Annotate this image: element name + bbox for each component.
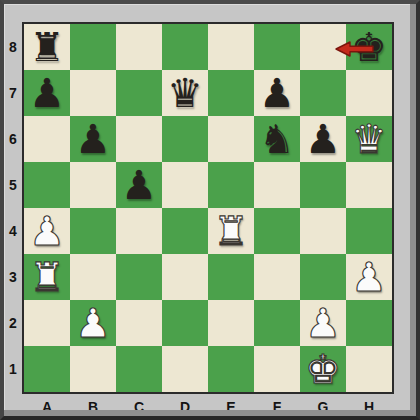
square-g2[interactable]: ♟ [300,300,346,346]
square-d8[interactable] [162,24,208,70]
file-labels: ABCDEFGH [24,397,392,416]
square-g3[interactable] [300,254,346,300]
square-e6[interactable] [208,116,254,162]
square-h3[interactable]: ♟ [346,254,392,300]
square-f8[interactable] [254,24,300,70]
rank-label-2: 2 [4,300,22,346]
square-f2[interactable] [254,300,300,346]
square-g8[interactable] [300,24,346,70]
piece-white-pawn[interactable]: ♟ [29,211,65,251]
square-f3[interactable] [254,254,300,300]
square-d5[interactable] [162,162,208,208]
piece-black-pawn[interactable]: ♟ [259,73,295,113]
square-b7[interactable] [70,70,116,116]
piece-white-queen[interactable]: ♛ [351,119,387,159]
file-label-b: B [70,397,116,416]
file-label-h: H [346,397,392,416]
rank-labels: 87654321 [4,24,22,392]
piece-black-pawn[interactable]: ♟ [29,73,65,113]
rank-label-8: 8 [4,24,22,70]
piece-white-rook[interactable]: ♜ [29,257,65,297]
square-f5[interactable] [254,162,300,208]
file-label-c: C [116,397,162,416]
square-h2[interactable] [346,300,392,346]
piece-black-queen[interactable]: ♛ [167,73,203,113]
square-c5[interactable]: ♟ [116,162,162,208]
square-e7[interactable] [208,70,254,116]
square-c2[interactable] [116,300,162,346]
piece-black-rook[interactable]: ♜ [29,27,65,67]
square-c4[interactable] [116,208,162,254]
square-h6[interactable]: ♛ [346,116,392,162]
piece-white-pawn[interactable]: ♟ [305,303,341,343]
file-label-e: E [208,397,254,416]
rank-label-7: 7 [4,70,22,116]
piece-black-pawn[interactable]: ♟ [121,165,157,205]
square-b1[interactable] [70,346,116,392]
square-f4[interactable] [254,208,300,254]
piece-black-king[interactable]: ♚ [351,27,387,67]
square-d2[interactable] [162,300,208,346]
square-a8[interactable]: ♜ [24,24,70,70]
chess-board-diagram: 87654321 ♜♚♟♛♟♟♞♟♛♟♟♜♜♟♟♟♚ ABCDEFGH [0,0,420,420]
square-h8[interactable]: ♚ [346,24,392,70]
square-g6[interactable]: ♟ [300,116,346,162]
square-g7[interactable] [300,70,346,116]
square-d6[interactable] [162,116,208,162]
square-c1[interactable] [116,346,162,392]
square-h1[interactable] [346,346,392,392]
chess-board[interactable]: ♜♚♟♛♟♟♞♟♛♟♟♜♜♟♟♟♚ [22,22,394,394]
rank-label-6: 6 [4,116,22,162]
square-a4[interactable]: ♟ [24,208,70,254]
square-f6[interactable]: ♞ [254,116,300,162]
piece-white-king[interactable]: ♚ [305,349,341,389]
square-a5[interactable] [24,162,70,208]
square-e2[interactable] [208,300,254,346]
square-h5[interactable] [346,162,392,208]
square-d1[interactable] [162,346,208,392]
square-a6[interactable] [24,116,70,162]
file-label-f: F [254,397,300,416]
square-c7[interactable] [116,70,162,116]
square-f7[interactable]: ♟ [254,70,300,116]
file-label-g: G [300,397,346,416]
piece-black-pawn[interactable]: ♟ [75,119,111,159]
rank-label-5: 5 [4,162,22,208]
square-d7[interactable]: ♛ [162,70,208,116]
square-a1[interactable] [24,346,70,392]
square-b4[interactable] [70,208,116,254]
square-f1[interactable] [254,346,300,392]
square-e5[interactable] [208,162,254,208]
square-e8[interactable] [208,24,254,70]
square-d4[interactable] [162,208,208,254]
square-g1[interactable]: ♚ [300,346,346,392]
rank-label-4: 4 [4,208,22,254]
square-c8[interactable] [116,24,162,70]
piece-black-knight[interactable]: ♞ [259,119,295,159]
file-label-a: A [24,397,70,416]
rank-label-1: 1 [4,346,22,392]
file-label-d: D [162,397,208,416]
square-c3[interactable] [116,254,162,300]
piece-white-pawn[interactable]: ♟ [75,303,111,343]
square-e3[interactable] [208,254,254,300]
rank-label-3: 3 [4,254,22,300]
square-b2[interactable]: ♟ [70,300,116,346]
piece-black-pawn[interactable]: ♟ [305,119,341,159]
square-b5[interactable] [70,162,116,208]
square-d3[interactable] [162,254,208,300]
square-b8[interactable] [70,24,116,70]
square-e1[interactable] [208,346,254,392]
square-b3[interactable] [70,254,116,300]
square-g5[interactable] [300,162,346,208]
square-a3[interactable]: ♜ [24,254,70,300]
square-a7[interactable]: ♟ [24,70,70,116]
square-h7[interactable] [346,70,392,116]
square-c6[interactable] [116,116,162,162]
piece-white-pawn[interactable]: ♟ [351,257,387,297]
square-a2[interactable] [24,300,70,346]
square-b6[interactable]: ♟ [70,116,116,162]
square-e4[interactable]: ♜ [208,208,254,254]
square-g4[interactable] [300,208,346,254]
piece-white-rook[interactable]: ♜ [213,211,249,251]
square-h4[interactable] [346,208,392,254]
